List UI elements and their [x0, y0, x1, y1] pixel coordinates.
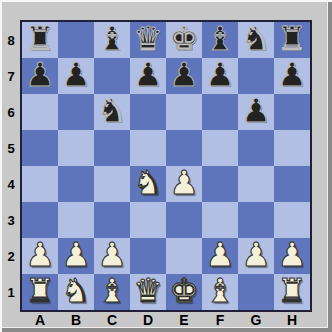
file-label-e: E: [166, 310, 202, 330]
white-pawn: ♟: [25, 238, 55, 273]
white-pawn: ♟: [205, 238, 235, 273]
rank-label-8: 8: [0, 22, 22, 58]
file-label-a: A: [22, 310, 58, 330]
square-f7[interactable]: ♟: [202, 58, 238, 94]
white-rook: ♜: [277, 274, 307, 309]
square-e8[interactable]: ♚: [166, 22, 202, 58]
file-label-g: G: [238, 310, 274, 330]
square-a8[interactable]: ♜: [22, 22, 58, 58]
square-d7[interactable]: ♟: [130, 58, 166, 94]
square-e5[interactable]: [166, 130, 202, 166]
square-d1[interactable]: ♛: [130, 274, 166, 310]
file-label-d: D: [130, 310, 166, 330]
square-a2[interactable]: ♟: [22, 238, 58, 274]
white-pawn: ♟: [241, 238, 271, 273]
square-c6[interactable]: ♞: [94, 94, 130, 130]
square-c8[interactable]: ♝: [94, 22, 130, 58]
white-bishop: ♝: [205, 274, 235, 309]
square-b3[interactable]: [58, 202, 94, 238]
black-rook: ♜: [25, 22, 55, 57]
square-b8[interactable]: [58, 22, 94, 58]
white-bishop: ♝: [97, 274, 127, 309]
white-rook: ♜: [25, 274, 55, 309]
rank-label-7: 7: [0, 58, 22, 94]
file-label-b: B: [58, 310, 94, 330]
square-g5[interactable]: [238, 130, 274, 166]
square-c3[interactable]: [94, 202, 130, 238]
square-e3[interactable]: [166, 202, 202, 238]
square-h1[interactable]: ♜: [274, 274, 310, 310]
square-h8[interactable]: ♜: [274, 22, 310, 58]
black-pawn: ♟: [205, 58, 235, 93]
file-label-h: H: [274, 310, 310, 330]
square-f6[interactable]: [202, 94, 238, 130]
chess-board: ♜♝♛♚♝♞♜♟♟♟♟♟♟♞♟♞♟♟♟♟♟♟♟♜♞♝♛♚♝♜: [22, 22, 310, 310]
file-label-f: F: [202, 310, 238, 330]
square-a5[interactable]: [22, 130, 58, 166]
black-pawn: ♟: [277, 58, 307, 93]
black-king: ♚: [169, 22, 199, 57]
square-f4[interactable]: [202, 166, 238, 202]
square-e6[interactable]: [166, 94, 202, 130]
file-labels: ABCDEFGH: [22, 310, 310, 330]
black-pawn: ♟: [25, 58, 55, 93]
square-f5[interactable]: [202, 130, 238, 166]
black-rook: ♜: [277, 22, 307, 57]
square-b6[interactable]: [58, 94, 94, 130]
square-c7[interactable]: [94, 58, 130, 94]
square-f2[interactable]: ♟: [202, 238, 238, 274]
square-b1[interactable]: ♞: [58, 274, 94, 310]
square-a6[interactable]: [22, 94, 58, 130]
black-pawn: ♟: [169, 58, 199, 93]
rank-labels: 87654321: [0, 22, 22, 310]
square-g6[interactable]: ♟: [238, 94, 274, 130]
square-d6[interactable]: [130, 94, 166, 130]
black-knight: ♞: [241, 22, 271, 57]
rank-label-4: 4: [0, 166, 22, 202]
square-d3[interactable]: [130, 202, 166, 238]
rank-label-1: 1: [0, 274, 22, 310]
square-e1[interactable]: ♚: [166, 274, 202, 310]
square-e2[interactable]: [166, 238, 202, 274]
square-d5[interactable]: [130, 130, 166, 166]
square-b5[interactable]: [58, 130, 94, 166]
square-e7[interactable]: ♟: [166, 58, 202, 94]
black-bishop: ♝: [205, 22, 235, 57]
white-queen: ♛: [133, 274, 163, 309]
square-f1[interactable]: ♝: [202, 274, 238, 310]
white-knight: ♞: [61, 274, 91, 309]
square-f3[interactable]: [202, 202, 238, 238]
square-a1[interactable]: ♜: [22, 274, 58, 310]
square-d2[interactable]: [130, 238, 166, 274]
black-bishop: ♝: [97, 22, 127, 57]
rank-label-5: 5: [0, 130, 22, 166]
black-pawn: ♟: [241, 94, 271, 129]
square-b2[interactable]: ♟: [58, 238, 94, 274]
square-f8[interactable]: ♝: [202, 22, 238, 58]
square-a4[interactable]: [22, 166, 58, 202]
white-pawn: ♟: [277, 238, 307, 273]
square-b4[interactable]: [58, 166, 94, 202]
black-pawn: ♟: [61, 58, 91, 93]
square-h5[interactable]: [274, 130, 310, 166]
square-a3[interactable]: [22, 202, 58, 238]
white-knight: ♞: [133, 166, 163, 201]
rank-label-6: 6: [0, 94, 22, 130]
rank-label-3: 3: [0, 202, 22, 238]
square-b7[interactable]: ♟: [58, 58, 94, 94]
square-a7[interactable]: ♟: [22, 58, 58, 94]
white-king: ♚: [169, 274, 199, 309]
white-pawn: ♟: [61, 238, 91, 273]
square-h3[interactable]: [274, 202, 310, 238]
square-g3[interactable]: [238, 202, 274, 238]
square-g4[interactable]: [238, 166, 274, 202]
white-pawn: ♟: [169, 166, 199, 201]
square-c4[interactable]: [94, 166, 130, 202]
white-pawn: ♟: [97, 238, 127, 273]
black-knight: ♞: [97, 94, 127, 129]
square-d8[interactable]: ♛: [130, 22, 166, 58]
chess-diagram-frame: 87654321 ♜♝♛♚♝♞♜♟♟♟♟♟♟♞♟♞♟♟♟♟♟♟♟♜♞♝♛♚♝♜ …: [0, 0, 332, 332]
square-h6[interactable]: [274, 94, 310, 130]
square-e4[interactable]: ♟: [166, 166, 202, 202]
square-g8[interactable]: ♞: [238, 22, 274, 58]
square-c1[interactable]: ♝: [94, 274, 130, 310]
square-c2[interactable]: ♟: [94, 238, 130, 274]
square-g1[interactable]: [238, 274, 274, 310]
file-label-c: C: [94, 310, 130, 330]
square-h7[interactable]: ♟: [274, 58, 310, 94]
square-g2[interactable]: ♟: [238, 238, 274, 274]
rank-label-2: 2: [0, 238, 22, 274]
black-queen: ♛: [133, 22, 163, 57]
square-h2[interactable]: ♟: [274, 238, 310, 274]
square-c5[interactable]: [94, 130, 130, 166]
square-h4[interactable]: [274, 166, 310, 202]
square-d4[interactable]: ♞: [130, 166, 166, 202]
square-g7[interactable]: [238, 58, 274, 94]
black-pawn: ♟: [133, 58, 163, 93]
